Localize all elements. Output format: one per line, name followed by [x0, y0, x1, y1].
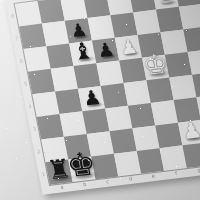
rank-label-1: 1 [41, 171, 45, 176]
file-label-e: e [151, 173, 155, 178]
board-grid [15, 0, 200, 185]
file-label-g: g [197, 168, 200, 173]
piece-black-pawn-d6[interactable]: ♟ [95, 40, 115, 61]
rank-label-3: 3 [32, 126, 36, 131]
rank-label-8: 8 [10, 13, 14, 18]
chess-board: abcdefgh12345678♜♟♝♟♟♚♟♟♚♜ [4, 0, 200, 195]
photo-frame: abcdefgh12345678♜♟♝♟♟♚♟♟♚♜ [0, 0, 200, 200]
dust-speckles [0, 0, 1, 1]
piece-black-pawn-c4[interactable]: ♟ [81, 87, 102, 109]
piece-white-king-f5[interactable]: ♚ [141, 50, 170, 79]
file-label-f: f [175, 171, 178, 176]
piece-white-pawn-g2[interactable]: ♟ [180, 119, 200, 143]
rank-label-4: 4 [28, 104, 32, 109]
square-h7[interactable] [179, 4, 200, 29]
rank-label-2: 2 [37, 149, 41, 154]
piece-black-bishop-c6[interactable]: ♝ [70, 39, 95, 64]
rank-label-7: 7 [15, 36, 19, 41]
file-label-a: a [60, 185, 64, 190]
piece-black-rook-a1[interactable]: ♜ [45, 155, 73, 183]
file-label-d: d [128, 176, 132, 181]
rank-label-5: 5 [24, 81, 28, 86]
rank-label-6: 6 [19, 58, 23, 63]
file-label-c: c [106, 179, 110, 184]
piece-white-pawn-e6[interactable]: ♟ [118, 37, 138, 58]
piece-white-rook-g8[interactable]: ♜ [155, 0, 175, 7]
